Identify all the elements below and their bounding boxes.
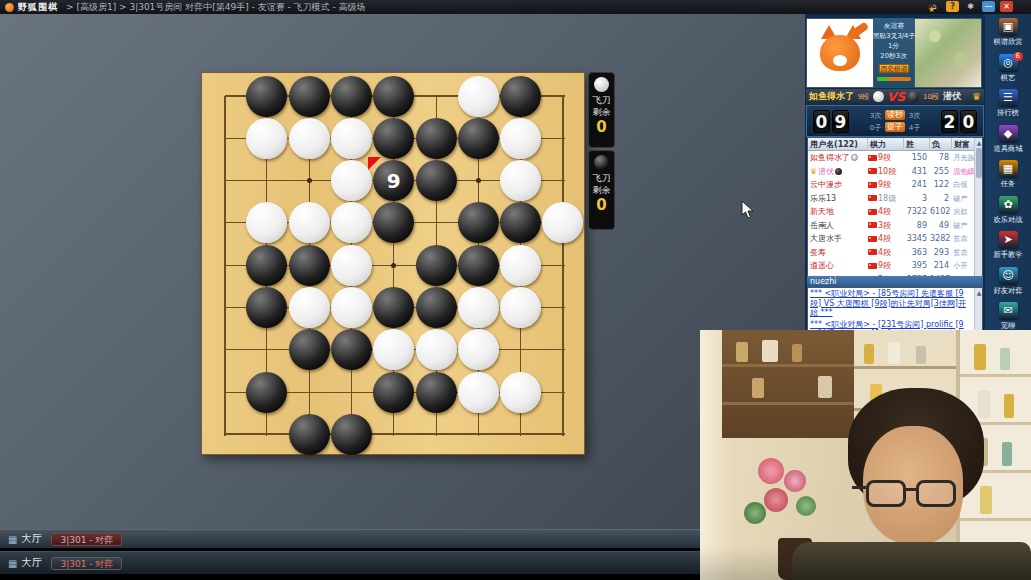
- toolbar-battle[interactable]: ✿欢乐对战: [985, 194, 1031, 229]
- close-icon[interactable]: ✕: [1000, 1, 1013, 12]
- user-name: 岳南人: [808, 220, 868, 231]
- vs-row: 如鱼得水了 9段 VS 10段 潜伏 ♛: [806, 89, 984, 104]
- toolbar-label: 排行榜: [997, 108, 1019, 118]
- black-stone[interactable]: [458, 118, 499, 159]
- clock-digit: 2: [941, 110, 958, 133]
- flag-icon: [868, 222, 877, 228]
- user-losses: 122: [930, 180, 952, 189]
- leaves: [744, 502, 766, 524]
- user-rank: 9段: [868, 260, 904, 271]
- user-wins: 3: [904, 194, 930, 203]
- table-row[interactable]: ♛潜伏10段431255温饱级: [808, 165, 982, 179]
- table-row[interactable]: 乐乐1318级32破产: [808, 192, 982, 206]
- black-stone[interactable]: [373, 76, 414, 117]
- tasks-icon: ▦: [999, 160, 1018, 177]
- black-stone[interactable]: [373, 287, 414, 328]
- black-stone[interactable]: [500, 202, 541, 243]
- flag-icon: [868, 182, 877, 188]
- komi: 黑贴3又3/4子: [873, 32, 915, 40]
- toolbar-qiyi[interactable]: ◎棋艺6: [985, 52, 1031, 87]
- user-wealth: 月光族: [953, 153, 975, 163]
- table-row[interactable]: 新天地4段73226102房奴: [808, 205, 982, 219]
- match-info: 友谊赛 黑贴3又3/4子 1分 20秒3次 历史棋谱: [874, 18, 914, 88]
- white-stone-icon: [873, 91, 884, 102]
- white-stone[interactable]: [458, 372, 499, 413]
- clock-center: 3次 读秒 3次 0子 提子 4子: [849, 110, 941, 133]
- white-stone[interactable]: [331, 160, 372, 201]
- captures-label: 提子: [885, 122, 905, 132]
- user-name: 云中漫步: [808, 179, 868, 190]
- user-name: 大唐水手: [808, 233, 868, 244]
- white-player-rank: 9段: [858, 92, 870, 102]
- white-player-avatar[interactable]: [806, 18, 874, 88]
- black-stone-icon: [835, 168, 842, 175]
- game-area: 9 飞刀 剩余 0 飞刀 剩余 0 停一手 形势判断 申请数子 强制数子 认输: [0, 14, 805, 530]
- user-rank: 4段: [868, 206, 904, 217]
- help-icon[interactable]: ?: [946, 1, 959, 12]
- user-name: 如鱼得水了: [808, 152, 868, 163]
- mouse-cursor: [741, 200, 754, 219]
- user-wealth: 破产: [953, 220, 975, 230]
- clock-digit: 0: [813, 110, 830, 133]
- flag-icon: [868, 249, 877, 255]
- knife-count: 0: [596, 197, 606, 213]
- toolbar-label: 棋艺: [1001, 72, 1015, 82]
- user-losses: 2: [930, 194, 952, 203]
- flag-icon: [868, 263, 877, 269]
- user-table-scrollbar[interactable]: ▲ ▼: [974, 138, 982, 288]
- match-type: 友谊赛: [884, 22, 904, 30]
- user-losses: 3282: [930, 234, 952, 243]
- user-wins: 431: [904, 167, 930, 176]
- col-username[interactable]: 用户名(122): [808, 138, 868, 151]
- white-stone[interactable]: [500, 118, 541, 159]
- white-stone[interactable]: [500, 245, 541, 286]
- user-wins: 395: [904, 261, 930, 270]
- toolbar-friends[interactable]: ☺好友对弈: [985, 265, 1031, 300]
- black-stone[interactable]: [289, 76, 330, 117]
- toolbar-label: 好友对弈: [994, 285, 1023, 295]
- white-stone[interactable]: [416, 329, 457, 370]
- user-wins: 363: [904, 248, 930, 257]
- white-stone[interactable]: [458, 287, 499, 328]
- user-name: 乐乐13: [808, 193, 868, 204]
- user-rank: 9段: [868, 152, 904, 163]
- black-stone[interactable]: [458, 245, 499, 286]
- toolbar-tasks[interactable]: ▦任务: [985, 158, 1031, 193]
- user-wins: 89: [904, 221, 930, 230]
- byoyomi-rule: 20秒3次: [881, 52, 908, 60]
- toolbar-shop[interactable]: ◆道具商城: [985, 123, 1031, 158]
- scoreboard: 09 3次 读秒 3次 0子 提子 4子 20: [806, 105, 984, 137]
- user-losses: 6102: [930, 207, 952, 216]
- vignette: [700, 546, 1031, 580]
- leaves: [796, 496, 816, 516]
- minimize-icon[interactable]: —: [982, 1, 995, 12]
- app-window: 野狐围棋 > [高级房1] > 3|301号房间 对弈中[第49手] - 友谊赛…: [0, 0, 1031, 580]
- white-stone[interactable]: [542, 202, 583, 243]
- black-stone[interactable]: [458, 202, 499, 243]
- shop-icon: ◆: [999, 125, 1018, 142]
- player-card: 友谊赛 黑贴3又3/4子 1分 20秒3次 历史棋谱: [806, 18, 984, 88]
- white-stone[interactable]: [331, 245, 372, 286]
- black-stone[interactable]: [373, 118, 414, 159]
- history-kifu-button[interactable]: 历史棋谱: [879, 64, 910, 73]
- star-point: [476, 178, 481, 183]
- white-stone[interactable]: [331, 202, 372, 243]
- black-stone[interactable]: [289, 414, 330, 455]
- tutorial-icon: ➤: [999, 231, 1018, 248]
- toolbar-label: 宽聊: [1001, 321, 1015, 331]
- knife-remaining-label: 剩余: [593, 185, 611, 196]
- white-stone[interactable]: [331, 118, 372, 159]
- user-name: 逍遥心: [808, 260, 868, 271]
- user-wins: 7322: [904, 207, 930, 216]
- app-title: 野狐围棋: [18, 1, 58, 14]
- user-name: ♛潜伏: [808, 166, 868, 177]
- lobby-tab[interactable]: 大厅: [21, 556, 41, 570]
- user-wins: 150: [904, 153, 930, 162]
- user-rank: 10段: [868, 166, 904, 177]
- breadcrumb: > [高级房1] > 3|301号房间 对弈中[第49手] - 友谊赛 - 飞刀…: [66, 1, 366, 14]
- white-stone[interactable]: [500, 160, 541, 201]
- flag-icon: [868, 168, 877, 174]
- black-stone[interactable]: [331, 76, 372, 117]
- white-stone[interactable]: [373, 329, 414, 370]
- grid-line: [562, 96, 564, 436]
- black-stone[interactable]: [331, 414, 372, 455]
- toolbar-label: 任务: [1001, 179, 1015, 189]
- white-stone[interactable]: [458, 76, 499, 117]
- col-wealth[interactable]: 财富: [952, 138, 976, 151]
- lobby-tab[interactable]: 大厅: [21, 532, 41, 546]
- black-player-avatar[interactable]: [914, 18, 982, 88]
- knife-label: 飞刀: [593, 173, 611, 184]
- friends-icon: ☺: [999, 267, 1018, 284]
- user-rank: 9段: [868, 179, 904, 190]
- toolbar-tutorial[interactable]: ➤新手教学: [985, 229, 1031, 264]
- table-row[interactable]: 云中漫步9段241122白领: [808, 178, 982, 192]
- crown-icon: ♛: [972, 91, 981, 102]
- toolbar-ranking[interactable]: ☰排行榜: [985, 87, 1031, 122]
- vs-label: VS: [887, 90, 905, 104]
- black-stone[interactable]: [416, 160, 457, 201]
- table-row[interactable]: 蚕寿4段363293贫农: [808, 246, 982, 260]
- star-point: [307, 178, 312, 183]
- knife-count: 0: [596, 119, 606, 135]
- favorite-icon[interactable]: ★: [928, 4, 933, 9]
- move-number-label: 9: [373, 160, 414, 201]
- black-stone[interactable]: [289, 245, 330, 286]
- user-wealth: 破产: [953, 193, 975, 203]
- clock-digit: 9: [832, 110, 849, 133]
- white-stone[interactable]: [500, 372, 541, 413]
- black-captures: 4子: [909, 122, 921, 132]
- white-stone-icon: [851, 154, 858, 161]
- black-stone[interactable]: [246, 76, 287, 117]
- white-stone[interactable]: [289, 202, 330, 243]
- white-stone[interactable]: [458, 329, 499, 370]
- flower: [758, 458, 784, 484]
- col-wins[interactable]: 胜: [904, 138, 930, 151]
- user-wealth: 贫农: [953, 234, 975, 244]
- notification-badge: 6: [1013, 52, 1023, 61]
- col-strength[interactable]: 棋力: [868, 138, 904, 151]
- white-captures: 0子: [870, 122, 882, 132]
- user-losses: 293: [930, 248, 952, 257]
- black-stone[interactable]: [416, 245, 457, 286]
- flag-icon: [868, 155, 877, 161]
- glasses-temple: [852, 486, 866, 489]
- flower: [784, 470, 806, 492]
- user-losses: 214: [930, 261, 952, 270]
- glasses-left-lens: [866, 480, 906, 507]
- chat-icon: ✉: [999, 302, 1018, 319]
- crown-icon: ♛: [810, 167, 817, 176]
- user-rank: 4段: [868, 247, 904, 258]
- black-stone[interactable]: [246, 245, 287, 286]
- star-point: [391, 263, 396, 268]
- main-time: 1分: [888, 42, 899, 50]
- byoyomi-label: 读秒: [885, 110, 905, 120]
- user-wealth: 小开: [953, 261, 975, 271]
- user-rank: 18级: [868, 193, 904, 204]
- white-player-name[interactable]: 如鱼得水了: [809, 90, 854, 103]
- user-losses: 255: [930, 167, 952, 176]
- flower: [764, 488, 788, 512]
- knife-panel-white: 飞刀 剩余 0: [588, 72, 615, 148]
- user-wins: 3345: [904, 234, 930, 243]
- dark-shelf: [722, 330, 854, 438]
- black-stone[interactable]: [289, 329, 330, 370]
- user-wealth: 贫农: [953, 247, 975, 257]
- flag-icon: [868, 236, 877, 242]
- white-stone[interactable]: [289, 118, 330, 159]
- black-stone[interactable]: [331, 329, 372, 370]
- black-byoyomi-count: 3次: [909, 110, 921, 120]
- room-tab[interactable]: 3|301 - 对弈: [51, 557, 122, 570]
- white-stone[interactable]: [246, 202, 287, 243]
- toolbar-label: 新手教学: [994, 250, 1023, 260]
- clock-digit: 0: [960, 110, 977, 133]
- user-name: 新天地: [808, 206, 868, 217]
- chat-title-strip: nuezhi: [807, 276, 983, 287]
- glasses-right-lens: [916, 480, 956, 507]
- window-controls: ⌂ ★ ? ✱ — ✕: [928, 1, 1013, 12]
- flag-icon: [868, 209, 877, 215]
- user-table-header: 用户名(122) 棋力 胜 负 财富: [808, 138, 982, 151]
- glasses-bridge: [904, 488, 916, 491]
- toolbar-gallery[interactable]: ▣棋谱欣赏: [985, 16, 1031, 51]
- table-row[interactable]: 如鱼得水了9段15078月光族: [808, 151, 982, 165]
- chat-message[interactable]: *** <职业对局> - [85号房间] 先遣客服 [9段] VS 大唐围棋 […: [810, 289, 973, 318]
- user-rank: 4段: [868, 233, 904, 244]
- white-stone[interactable]: [246, 118, 287, 159]
- user-name: 蚕寿: [808, 247, 868, 258]
- black-clock: 20: [941, 110, 977, 133]
- black-stone-icon: [908, 91, 919, 102]
- battle-icon: ✿: [999, 196, 1018, 213]
- black-stone[interactable]: [246, 287, 287, 328]
- knife-label: 飞刀: [593, 95, 611, 106]
- black-stone[interactable]: [500, 76, 541, 117]
- ranking-icon: ☰: [999, 89, 1018, 106]
- table-row[interactable]: 大唐水手4段33453282贫农: [808, 232, 982, 246]
- white-stone-icon: [594, 77, 609, 92]
- lobby-grid-icon: ▦: [8, 558, 17, 569]
- user-table[interactable]: 用户名(122) 棋力 胜 负 财富 如鱼得水了9段15078月光族♛潜伏10段…: [807, 137, 983, 289]
- black-stone[interactable]: [416, 118, 457, 159]
- col-losses[interactable]: 负: [930, 138, 952, 151]
- knife-remaining-label: 剩余: [593, 107, 611, 118]
- grid-line: [224, 96, 226, 436]
- user-wealth: 温饱级: [953, 166, 975, 176]
- black-stone[interactable]: [373, 372, 414, 413]
- gallery-icon: ▣: [999, 18, 1018, 35]
- webcam-video: [700, 330, 1031, 580]
- black-stone[interactable]: [246, 372, 287, 413]
- table-row[interactable]: 岳南人3段8949破产: [808, 219, 982, 233]
- title-bar: 野狐围棋 > [高级房1] > 3|301号房间 对弈中[第49手] - 友谊赛…: [0, 0, 1031, 14]
- flag-icon: [868, 195, 877, 201]
- white-clock: 09: [813, 110, 849, 133]
- white-stone[interactable]: [289, 287, 330, 328]
- white-stone[interactable]: [331, 287, 372, 328]
- white-byoyomi-count: 3次: [870, 110, 882, 120]
- settings-icon[interactable]: ✱: [964, 1, 977, 12]
- black-stone-icon: [594, 155, 609, 170]
- black-stone[interactable]: [416, 372, 457, 413]
- user-wealth: 房奴: [953, 207, 975, 217]
- toolbar-label: 道具商城: [994, 143, 1023, 153]
- user-losses: 78: [930, 153, 952, 162]
- lobby-grid-icon: ▦: [8, 534, 17, 545]
- user-wealth: 白领: [953, 180, 975, 190]
- black-player-name[interactable]: 潜伏: [943, 90, 961, 103]
- go-board[interactable]: 9: [201, 72, 585, 455]
- grid-line: [225, 433, 565, 435]
- room-tab[interactable]: 3|301 - 对弈: [51, 533, 122, 546]
- user-wins: 241: [904, 180, 930, 189]
- black-stone[interactable]: [373, 202, 414, 243]
- match-progress-bar: [877, 77, 911, 81]
- user-rows: 如鱼得水了9段15078月光族♛潜伏10段431255温饱级云中漫步9段2411…: [808, 151, 982, 289]
- knife-panel-black: 飞刀 剩余 0: [588, 150, 615, 230]
- fox-logo-icon: [5, 3, 14, 12]
- toolbar-label: 棋谱欣赏: [994, 37, 1023, 47]
- toolbar-label: 欢乐对战: [994, 214, 1023, 224]
- black-stone[interactable]: [416, 287, 457, 328]
- black-player-rank: 10段: [923, 92, 939, 102]
- user-rank: 3段: [868, 220, 904, 231]
- table-row[interactable]: 逍遥心9段395214小开: [808, 259, 982, 273]
- user-losses: 49: [930, 221, 952, 230]
- white-stone[interactable]: [500, 287, 541, 328]
